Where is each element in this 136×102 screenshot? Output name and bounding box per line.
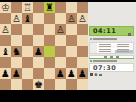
game-side-panel: 04:11 (88, 2, 136, 90)
square-b3[interactable] (66, 24, 77, 35)
square-g7[interactable]: ♟ (11, 68, 22, 79)
app-window: ♔♖♜♙♝♙♙♙♙♝♞♟♟♟♟♟♟♚ 04:11 (0, 0, 136, 102)
opponent-status-dot (90, 38, 92, 40)
square-a2[interactable]: ♙ (77, 13, 88, 24)
square-c7[interactable]: ♟ (55, 68, 66, 79)
square-h4[interactable] (0, 35, 11, 46)
square-c1[interactable] (55, 2, 66, 13)
material-indicator: 6 (90, 73, 110, 76)
piece-black-pawn[interactable]: ♟ (78, 68, 87, 79)
square-f8[interactable] (22, 79, 33, 90)
square-c5[interactable] (55, 46, 66, 57)
opponent-clock-time: 04:11 (93, 27, 116, 35)
square-a5[interactable] (77, 46, 88, 57)
piece-black-bishop[interactable]: ♝ (23, 13, 32, 24)
square-g8[interactable] (11, 79, 22, 90)
current-move-cell[interactable] (115, 50, 133, 53)
square-a1[interactable] (77, 2, 88, 13)
square-b2[interactable]: ♙ (66, 13, 77, 24)
square-d6[interactable] (44, 57, 55, 68)
piece-white-rook[interactable]: ♖ (23, 2, 32, 13)
piece-white-king[interactable]: ♔ (1, 2, 10, 13)
material-arrow-icon (99, 74, 102, 76)
square-a7[interactable]: ♟ (77, 68, 88, 79)
square-b5[interactable] (66, 46, 77, 57)
square-c4[interactable] (55, 35, 66, 46)
zen-mode-icon[interactable] (128, 33, 131, 36)
square-g3[interactable] (11, 24, 22, 35)
square-e3[interactable] (33, 24, 44, 35)
square-d2[interactable] (44, 13, 55, 24)
square-f1[interactable]: ♖ (22, 2, 33, 13)
square-b6[interactable] (66, 57, 77, 68)
square-c3[interactable]: ♙ (55, 24, 66, 35)
square-f4[interactable] (22, 35, 33, 46)
piece-black-king[interactable]: ♚ (34, 79, 43, 90)
square-e1[interactable] (33, 2, 44, 13)
square-d1[interactable]: ♜ (44, 2, 55, 13)
captured-piece-icon (90, 73, 93, 76)
square-d3[interactable] (44, 24, 55, 35)
square-h1[interactable]: ♔ (0, 2, 11, 13)
chess-board[interactable]: ♔♖♜♙♝♙♙♙♙♝♞♟♟♟♟♟♟♚ (0, 2, 88, 90)
move-row[interactable] (90, 50, 133, 53)
square-h2[interactable] (0, 13, 11, 24)
square-f3[interactable] (22, 24, 33, 35)
square-g1[interactable] (11, 2, 22, 13)
square-e2[interactable] (33, 13, 44, 24)
square-c2[interactable] (55, 13, 66, 24)
square-e4[interactable] (33, 35, 44, 46)
square-f5[interactable] (22, 46, 33, 57)
square-b4[interactable] (66, 35, 77, 46)
square-a8[interactable] (77, 79, 88, 90)
square-d4[interactable] (44, 35, 55, 46)
player-status-dot (90, 60, 92, 62)
piece-white-pawn[interactable]: ♙ (67, 13, 76, 24)
piece-black-pawn[interactable]: ♟ (56, 68, 65, 79)
piece-black-rook[interactable]: ♜ (45, 2, 54, 13)
move-list[interactable] (89, 42, 134, 55)
square-d5[interactable] (44, 46, 55, 57)
piece-black-bishop[interactable]: ♝ (1, 46, 10, 57)
piece-black-pawn[interactable]: ♟ (34, 46, 43, 57)
square-a4[interactable] (77, 35, 88, 46)
player-clock-time: 07:30 (93, 64, 116, 72)
square-g6[interactable] (11, 57, 22, 68)
piece-black-pawn[interactable]: ♟ (12, 68, 21, 79)
square-h3[interactable]: ♙ (0, 24, 11, 35)
piece-white-pawn[interactable]: ♙ (12, 13, 21, 24)
player-clock: 07:30 (89, 63, 134, 72)
square-h5[interactable]: ♝ (0, 46, 11, 57)
square-h8[interactable] (0, 79, 11, 90)
piece-white-pawn[interactable]: ♙ (56, 24, 65, 35)
square-e7[interactable] (33, 68, 44, 79)
square-d8[interactable] (44, 79, 55, 90)
square-g2[interactable]: ♙ (11, 13, 22, 24)
square-e5[interactable]: ♟ (33, 46, 44, 57)
opponent-name[interactable] (93, 38, 117, 40)
square-f7[interactable] (22, 68, 33, 79)
square-h7[interactable]: ♟ (0, 68, 11, 79)
square-c8[interactable] (55, 79, 66, 90)
piece-black-pawn[interactable]: ♟ (67, 68, 76, 79)
piece-black-knight[interactable]: ♞ (12, 46, 21, 57)
square-h6[interactable] (0, 57, 11, 68)
player-name[interactable] (93, 60, 117, 62)
square-f2[interactable]: ♝ (22, 13, 33, 24)
square-g4[interactable] (11, 35, 22, 46)
piece-black-pawn[interactable]: ♟ (1, 68, 10, 79)
piece-white-pawn[interactable]: ♙ (78, 13, 87, 24)
square-e6[interactable] (33, 57, 44, 68)
square-c6[interactable] (55, 57, 66, 68)
opponent-row (90, 38, 134, 41)
square-f6[interactable] (22, 57, 33, 68)
square-b1[interactable] (66, 2, 77, 13)
square-d7[interactable] (44, 68, 55, 79)
square-g5[interactable]: ♞ (11, 46, 22, 57)
piece-white-pawn[interactable]: ♙ (1, 24, 10, 35)
square-b8[interactable] (66, 79, 77, 90)
square-a6[interactable] (77, 57, 88, 68)
square-a3[interactable] (77, 24, 88, 35)
square-e8[interactable]: ♚ (33, 79, 44, 90)
square-b7[interactable]: ♟ (66, 68, 77, 79)
